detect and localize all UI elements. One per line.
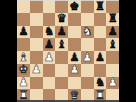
square-g5[interactable] [94,38,107,51]
square-b1[interactable] [30,89,43,102]
piece-black-pawn[interactable]: ♟ [69,51,79,63]
piece-black-bishop[interactable]: ♝ [56,38,66,50]
piece-black-pawn[interactable]: ♟ [95,51,105,63]
piece-black-rook[interactable]: ♜ [95,0,105,12]
square-b4[interactable] [30,51,43,64]
square-a4[interactable]: ♝ [17,51,30,64]
square-f8[interactable] [81,0,94,13]
piece-black-pawn[interactable]: ♟ [44,38,54,50]
square-a1[interactable]: ♜ [17,89,30,102]
piece-black-knight[interactable]: ♞ [95,77,105,89]
piece-white-queen[interactable]: ♛ [69,89,79,101]
square-d7[interactable]: ♛ [55,13,68,26]
square-h2[interactable]: ♟ [106,77,119,90]
piece-black-king[interactable]: ♚ [69,0,79,12]
letterbox-left [0,0,17,102]
piece-white-bishop[interactable]: ♝ [18,51,28,63]
piece-black-knight[interactable]: ♞ [44,26,54,38]
piece-white-knight[interactable]: ♞ [82,26,92,38]
square-a7[interactable] [17,13,30,26]
piece-white-pawn[interactable]: ♟ [82,51,92,63]
piece-black-bishop[interactable]: ♝ [107,38,117,50]
piece-black-pawn[interactable]: ♟ [107,26,117,38]
square-h7[interactable]: ♜ [106,13,119,26]
square-c6[interactable]: ♞ [43,26,56,39]
square-h8[interactable] [106,0,119,13]
square-e8[interactable]: ♚ [68,0,81,13]
square-a8[interactable] [17,0,30,13]
square-f6[interactable]: ♞ [81,26,94,39]
piece-white-rook[interactable]: ♜ [18,89,28,101]
piece-black-queen[interactable]: ♛ [56,13,66,25]
square-g2[interactable]: ♞ [94,77,107,90]
piece-white-king[interactable]: ♚ [18,64,28,76]
square-f7[interactable] [81,13,94,26]
square-h5[interactable]: ♝ [106,38,119,51]
square-b8[interactable] [30,0,43,13]
piece-white-pawn[interactable]: ♟ [31,64,41,76]
square-a3[interactable]: ♚ [17,64,30,77]
square-e4[interactable]: ♟ [68,51,81,64]
square-e5[interactable] [68,38,81,51]
square-g3[interactable] [94,64,107,77]
square-d8[interactable] [55,0,68,13]
square-h3[interactable] [106,64,119,77]
square-e7[interactable] [68,13,81,26]
square-a6[interactable]: ♟ [17,26,30,39]
square-c7[interactable] [43,13,56,26]
square-b5[interactable] [30,38,43,51]
piece-white-pawn[interactable]: ♟ [69,64,79,76]
square-d5[interactable]: ♝ [55,38,68,51]
square-g1[interactable]: ♜ [94,89,107,102]
square-b7[interactable] [30,13,43,26]
piece-white-pawn[interactable]: ♟ [18,77,28,89]
square-c2[interactable] [43,77,56,90]
square-c8[interactable] [43,0,56,13]
piece-black-rook[interactable]: ♜ [107,13,117,25]
piece-white-pawn[interactable]: ♟ [107,77,117,89]
square-d6[interactable]: ♟ [55,26,68,39]
square-f3[interactable] [81,64,94,77]
square-g6[interactable] [94,26,107,39]
square-g8[interactable]: ♜ [94,0,107,13]
square-h6[interactable]: ♟ [106,26,119,39]
square-d4[interactable] [55,51,68,64]
square-d3[interactable] [55,64,68,77]
square-d2[interactable] [55,77,68,90]
square-b6[interactable] [30,26,43,39]
letterbox-right [119,0,136,102]
piece-black-pawn[interactable]: ♟ [56,26,66,38]
square-g4[interactable]: ♟ [94,51,107,64]
square-e3[interactable]: ♟ [68,64,81,77]
square-g7[interactable] [94,13,107,26]
square-b3[interactable]: ♟ [30,64,43,77]
square-c1[interactable] [43,89,56,102]
chess-board: ♚♜♛♜♟♞♟♞♟♟♝♝♝♟♟♟♟♚♟♟♟♞♟♜♛♜ [17,0,119,102]
screenshot-stage: ♚♜♛♜♟♞♟♞♟♟♝♝♝♟♟♟♟♚♟♟♟♞♟♜♛♜ [0,0,136,102]
square-f1[interactable] [81,89,94,102]
square-a2[interactable]: ♟ [17,77,30,90]
piece-white-rook[interactable]: ♜ [95,89,105,101]
square-c5[interactable]: ♟ [43,38,56,51]
piece-white-pawn[interactable]: ♟ [44,51,54,63]
square-c4[interactable]: ♟ [43,51,56,64]
square-c3[interactable] [43,64,56,77]
square-f4[interactable]: ♟ [81,51,94,64]
square-f5[interactable] [81,38,94,51]
square-a5[interactable] [17,38,30,51]
square-b2[interactable] [30,77,43,90]
square-h4[interactable] [106,51,119,64]
piece-black-pawn[interactable]: ♟ [18,26,28,38]
square-f2[interactable] [81,77,94,90]
square-d1[interactable] [55,89,68,102]
square-e6[interactable] [68,26,81,39]
square-e1[interactable]: ♛ [68,89,81,102]
square-h1[interactable] [106,89,119,102]
square-e2[interactable] [68,77,81,90]
